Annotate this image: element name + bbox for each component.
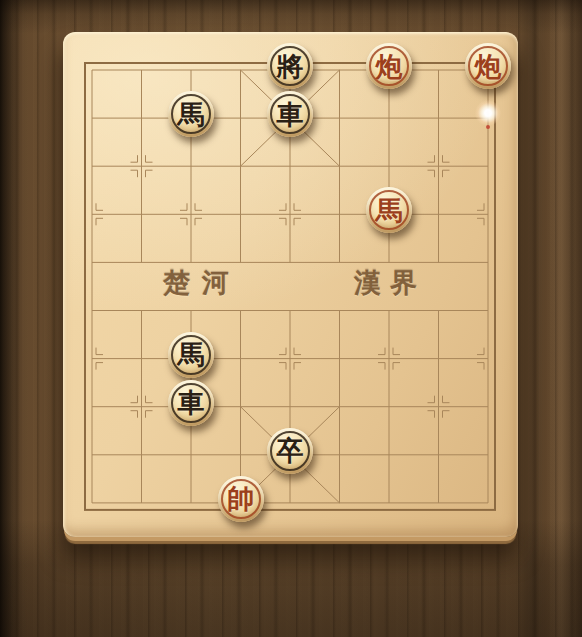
piece-black-chariot[interactable]: 車 — [267, 91, 313, 137]
piece-black-chariot[interactable]: 車 — [168, 380, 214, 426]
piece-glyph: 車 — [277, 101, 304, 128]
piece-glyph: 卒 — [277, 437, 304, 464]
piece-glyph: 炮 — [376, 53, 403, 80]
piece-glyph: 車 — [178, 389, 205, 416]
piece-red-cannon[interactable]: 炮 — [465, 43, 511, 89]
piece-glyph: 炮 — [475, 53, 502, 80]
wood-table-background: 楚河 漢界 將炮炮馬車馬馬車卒帥 — [0, 0, 582, 637]
piece-black-general[interactable]: 將 — [267, 43, 313, 89]
piece-red-cannon[interactable]: 炮 — [366, 43, 412, 89]
piece-glyph: 馬 — [178, 101, 205, 128]
piece-glyph: 馬 — [376, 197, 403, 224]
piece-glyph: 將 — [277, 53, 304, 80]
pieces-grid: 將炮炮馬車馬馬車卒帥 — [67, 42, 513, 523]
piece-black-horse[interactable]: 馬 — [168, 91, 214, 137]
piece-red-general[interactable]: 帥 — [218, 476, 264, 522]
xiangqi-board: 楚河 漢界 將炮炮馬車馬馬車卒帥 — [63, 32, 518, 537]
piece-red-horse[interactable]: 馬 — [366, 187, 412, 233]
piece-black-soldier[interactable]: 卒 — [267, 428, 313, 474]
piece-black-horse[interactable]: 馬 — [168, 332, 214, 378]
piece-glyph: 馬 — [178, 341, 205, 368]
piece-glyph: 帥 — [227, 485, 254, 512]
